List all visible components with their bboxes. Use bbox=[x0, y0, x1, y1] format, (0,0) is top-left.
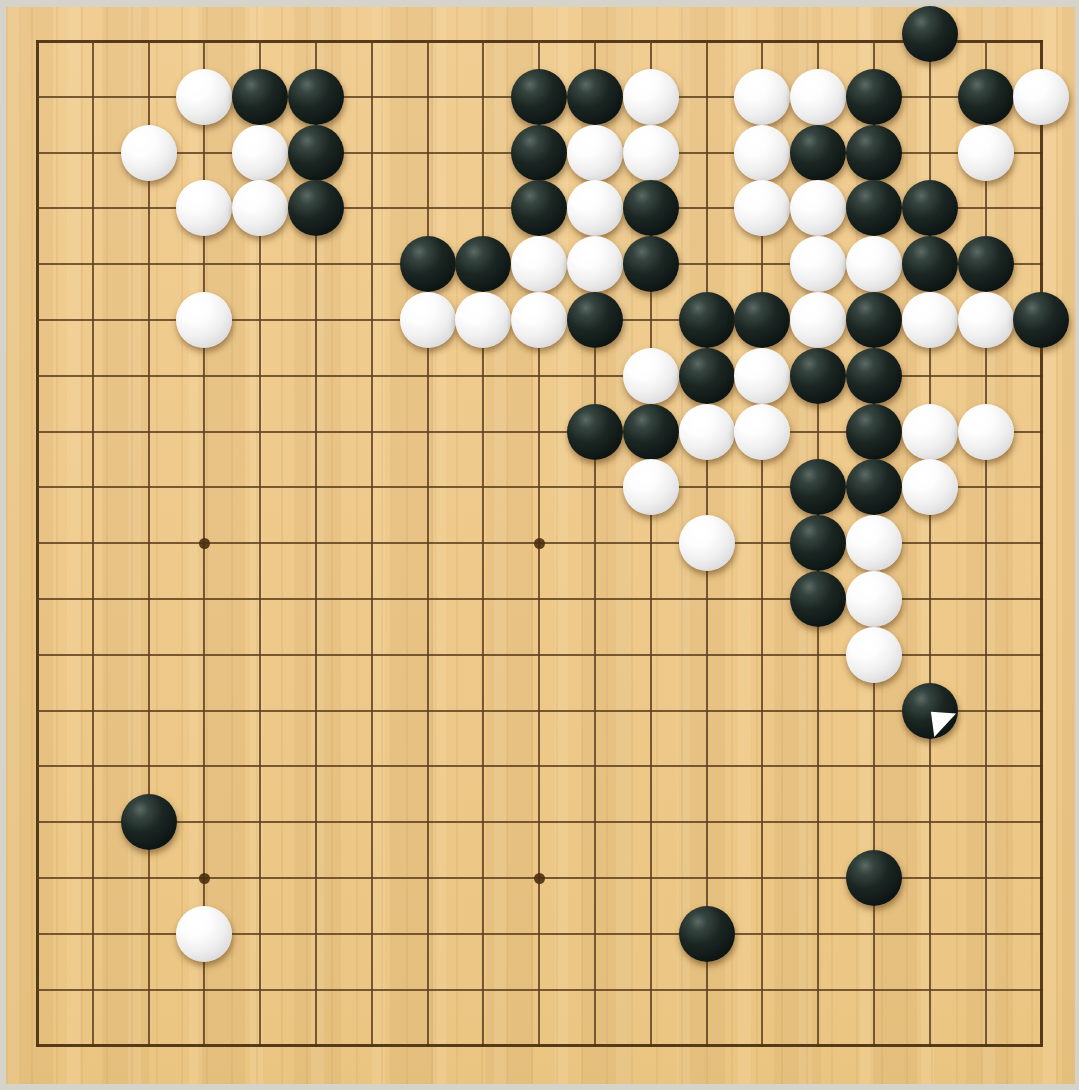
black-stone bbox=[567, 292, 623, 348]
grid-line bbox=[36, 765, 1043, 767]
white-stone bbox=[511, 236, 567, 292]
white-stone bbox=[902, 404, 958, 460]
black-stone bbox=[790, 571, 846, 627]
board-edge-line bbox=[1040, 40, 1043, 1047]
white-stone bbox=[679, 515, 735, 571]
white-stone bbox=[567, 125, 623, 181]
white-stone bbox=[902, 459, 958, 515]
black-stone bbox=[288, 180, 344, 236]
black-stone bbox=[400, 236, 456, 292]
white-stone bbox=[958, 292, 1014, 348]
black-stone bbox=[567, 69, 623, 125]
star-point bbox=[199, 538, 210, 549]
white-stone bbox=[455, 292, 511, 348]
black-stone bbox=[846, 850, 902, 906]
white-stone bbox=[176, 69, 232, 125]
white-stone bbox=[846, 515, 902, 571]
white-stone bbox=[623, 125, 679, 181]
white-stone bbox=[232, 125, 288, 181]
black-stone bbox=[790, 515, 846, 571]
star-point bbox=[534, 873, 545, 884]
white-stone bbox=[121, 125, 177, 181]
white-stone bbox=[790, 69, 846, 125]
black-stone bbox=[902, 180, 958, 236]
black-stone bbox=[623, 404, 679, 460]
black-stone bbox=[1013, 292, 1069, 348]
black-stone bbox=[902, 6, 958, 62]
white-stone bbox=[846, 571, 902, 627]
star-point bbox=[199, 873, 210, 884]
black-stone bbox=[567, 404, 623, 460]
white-stone bbox=[623, 69, 679, 125]
white-stone bbox=[734, 404, 790, 460]
grid-line bbox=[36, 821, 1043, 823]
black-stone bbox=[121, 794, 177, 850]
go-app-window bbox=[0, 0, 1079, 1090]
black-stone bbox=[288, 69, 344, 125]
board-edge-line bbox=[36, 1044, 1043, 1047]
black-stone bbox=[958, 69, 1014, 125]
white-stone bbox=[623, 348, 679, 404]
white-stone bbox=[176, 292, 232, 348]
black-stone bbox=[790, 348, 846, 404]
white-stone bbox=[958, 404, 1014, 460]
black-stone bbox=[734, 292, 790, 348]
white-stone bbox=[846, 236, 902, 292]
black-stone bbox=[846, 404, 902, 460]
black-stone bbox=[846, 125, 902, 181]
black-stone bbox=[623, 236, 679, 292]
grid-line bbox=[985, 40, 987, 1047]
black-stone bbox=[511, 69, 567, 125]
white-stone bbox=[679, 404, 735, 460]
black-stone bbox=[846, 69, 902, 125]
white-stone bbox=[790, 236, 846, 292]
white-stone bbox=[567, 180, 623, 236]
black-stone bbox=[846, 292, 902, 348]
star-point bbox=[534, 538, 545, 549]
white-stone bbox=[846, 627, 902, 683]
white-stone bbox=[734, 69, 790, 125]
white-stone bbox=[400, 292, 456, 348]
white-stone bbox=[1013, 69, 1069, 125]
black-stone bbox=[511, 125, 567, 181]
grid-line bbox=[36, 989, 1043, 991]
grid-line bbox=[36, 710, 1043, 712]
black-stone bbox=[902, 683, 958, 739]
black-stone bbox=[902, 236, 958, 292]
black-stone bbox=[846, 459, 902, 515]
black-stone bbox=[958, 236, 1014, 292]
black-stone bbox=[679, 906, 735, 962]
white-stone bbox=[567, 236, 623, 292]
white-stone bbox=[790, 292, 846, 348]
black-stone bbox=[679, 348, 735, 404]
white-stone bbox=[734, 348, 790, 404]
white-stone bbox=[623, 459, 679, 515]
last-move-marker bbox=[902, 683, 958, 739]
black-stone bbox=[288, 125, 344, 181]
white-stone bbox=[958, 125, 1014, 181]
black-stone bbox=[846, 348, 902, 404]
white-stone bbox=[176, 906, 232, 962]
black-stone bbox=[679, 292, 735, 348]
black-stone bbox=[846, 180, 902, 236]
white-stone bbox=[511, 292, 567, 348]
white-stone bbox=[902, 292, 958, 348]
white-stone bbox=[734, 125, 790, 181]
black-stone bbox=[232, 69, 288, 125]
black-stone bbox=[790, 125, 846, 181]
black-stone bbox=[623, 180, 679, 236]
